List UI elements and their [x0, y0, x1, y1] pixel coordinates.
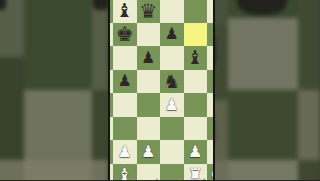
black-pawn-e7: ♟ — [165, 26, 179, 42]
square-g5 — [207, 70, 215, 94]
square-c1: ♝c — [113, 164, 137, 181]
square-e1: e — [160, 164, 184, 181]
square-c2: ♟ — [113, 140, 137, 164]
white-king-g1: ♚ — [210, 165, 215, 180]
square-f5 — [184, 70, 208, 94]
square-f2: ♟ — [184, 140, 208, 164]
square-d8: ♛ — [137, 0, 161, 23]
backdrop-right-squares — [213, 0, 320, 180]
square-d1: d — [137, 164, 161, 181]
white-pawn-c2: ♟ — [118, 144, 132, 160]
square-f4 — [184, 93, 208, 117]
square-f8 — [184, 0, 208, 23]
white-pawn-d2: ♟ — [141, 144, 155, 160]
square-e4: ♟ — [160, 93, 184, 117]
square-g8: ♞ — [207, 0, 215, 23]
white-pawn-f2: ♟ — [188, 144, 202, 160]
square-f6: ♝ — [184, 46, 208, 70]
square-d6: ♟ — [137, 46, 161, 70]
square-g2: ♟ — [207, 140, 215, 164]
square-e8 — [160, 0, 184, 23]
square-g6 — [207, 46, 215, 70]
square-f1: ♜f — [184, 164, 208, 181]
black-pawn-d6: ♟ — [141, 50, 155, 66]
square-g3 — [207, 117, 215, 141]
square-e2 — [160, 140, 184, 164]
black-pawn-c5: ♟ — [118, 73, 132, 89]
short-video-frame: ♜♝♛♞♜♟♚♟♟♟♝♟♞♛♟♟♟♟♟♟♟♜♞♝cde♜f♚ — [0, 0, 320, 180]
file-label-c: c — [131, 178, 135, 180]
square-d5 — [137, 70, 161, 94]
square-d3 — [137, 117, 161, 141]
file-label-d: d — [154, 178, 158, 180]
backdrop-left-squares — [0, 0, 108, 180]
black-bishop-c8: ♝ — [116, 1, 133, 20]
square-f3 — [184, 117, 208, 141]
square-c6 — [113, 46, 137, 70]
file-label-f: f — [202, 178, 205, 180]
backdrop-piece-tip-right — [93, 0, 108, 10]
white-pawn-e4: ♟ — [165, 97, 179, 113]
file-label-e: e — [177, 178, 181, 180]
square-e3 — [160, 117, 184, 141]
square-e5: ♞ — [160, 70, 184, 94]
chess-board-video[interactable]: ♜♝♛♞♜♟♚♟♟♟♝♟♞♛♟♟♟♟♟♟♟♜♞♝cde♜f♚ — [108, 0, 215, 180]
square-g7 — [207, 23, 215, 47]
white-pawn-g2: ♟ — [212, 144, 215, 160]
square-g4 — [207, 93, 215, 117]
black-knight-g8: ♞ — [210, 1, 215, 20]
blurred-backdrop-right — [213, 0, 320, 180]
square-c7: ♚ — [113, 23, 137, 47]
square-d7 — [137, 23, 161, 47]
square-d4 — [137, 93, 161, 117]
square-c3 — [113, 117, 137, 141]
square-c8: ♝ — [113, 0, 137, 23]
square-e7: ♟ — [160, 23, 184, 47]
chess-board: ♜♝♛♞♜♟♚♟♟♟♝♟♞♛♟♟♟♟♟♟♟♜♞♝cde♜f♚ — [108, 0, 215, 180]
black-bishop-f6: ♝ — [187, 48, 204, 67]
blurred-backdrop-left — [0, 0, 108, 180]
square-e6 — [160, 46, 184, 70]
square-g1: ♚ — [207, 164, 215, 181]
white-knight-b1: ♞ — [108, 166, 110, 180]
black-queen-d8: ♛ — [139, 1, 157, 21]
white-rook-f1: ♜ — [187, 166, 203, 180]
square-f7 — [184, 23, 208, 47]
square-c5: ♟ — [113, 70, 137, 94]
black-king-c7: ♚ — [116, 24, 134, 44]
square-d2: ♟ — [137, 140, 161, 164]
black-knight-e5: ♞ — [163, 72, 180, 91]
square-c4 — [113, 93, 137, 117]
